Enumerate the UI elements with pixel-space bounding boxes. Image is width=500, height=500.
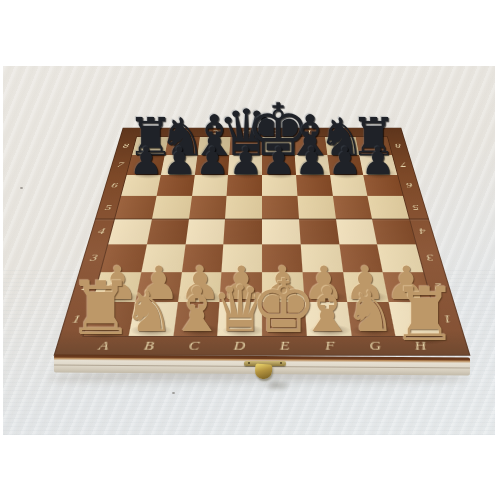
dust-speck — [20, 187, 23, 189]
piece-black-pawn-d7[interactable]: ♟ — [228, 142, 262, 180]
piece-black-pawn-g7[interactable]: ♟ — [328, 142, 362, 180]
square-c4[interactable] — [185, 219, 225, 244]
square-a5[interactable] — [115, 196, 156, 219]
piece-black-pawn-e7[interactable]: ♟ — [262, 142, 296, 180]
square-h4[interactable] — [372, 219, 415, 244]
rank-label-left-6: 6 — [110, 180, 119, 189]
square-e5[interactable] — [262, 196, 299, 219]
scene: AABBCCDDEEFFGGHH1122334455667788 ♜♞♝♛♚♝♞… — [0, 0, 500, 500]
square-h5[interactable] — [368, 196, 409, 219]
piece-black-pawn-f7[interactable]: ♟ — [295, 142, 329, 180]
square-d5[interactable] — [225, 196, 262, 219]
piece-white-knight-b1[interactable]: ♞ — [123, 284, 173, 340]
piece-black-pawn-c7[interactable]: ♟ — [195, 142, 229, 180]
square-e4[interactable] — [262, 219, 300, 244]
clasp-shadow — [262, 379, 292, 392]
square-d4[interactable] — [224, 219, 262, 244]
rank-label-left-4: 4 — [97, 226, 107, 237]
rank-label-right-7: 7 — [399, 160, 407, 169]
piece-black-pawn-a7[interactable]: ♟ — [129, 142, 163, 180]
square-f4[interactable] — [299, 219, 339, 244]
square-a4[interactable] — [108, 219, 151, 244]
rank-label-right-6: 6 — [405, 180, 414, 189]
rank-label-right-5: 5 — [411, 202, 420, 212]
chess-photo-page: AABBCCDDEEFFGGHH1122334455667788 ♜♞♝♛♚♝♞… — [0, 0, 500, 500]
piece-white-rook-h1[interactable]: ♜ — [392, 277, 458, 351]
piece-black-pawn-h7[interactable]: ♟ — [361, 142, 395, 180]
square-b5[interactable] — [152, 196, 192, 219]
piece-black-pawn-b7[interactable]: ♟ — [162, 142, 196, 180]
dust-speck — [172, 392, 175, 394]
square-c5[interactable] — [189, 196, 227, 219]
square-f5[interactable] — [297, 196, 335, 219]
piece-white-knight-g1[interactable]: ♞ — [345, 284, 395, 340]
fold-seam — [95, 218, 429, 219]
square-g5[interactable] — [332, 196, 372, 219]
square-g4[interactable] — [336, 219, 378, 244]
rank-label-left-5: 5 — [104, 202, 113, 212]
square-b4[interactable] — [147, 219, 189, 244]
rank-label-right-4: 4 — [418, 226, 428, 237]
rank-label-left-7: 7 — [116, 160, 124, 169]
